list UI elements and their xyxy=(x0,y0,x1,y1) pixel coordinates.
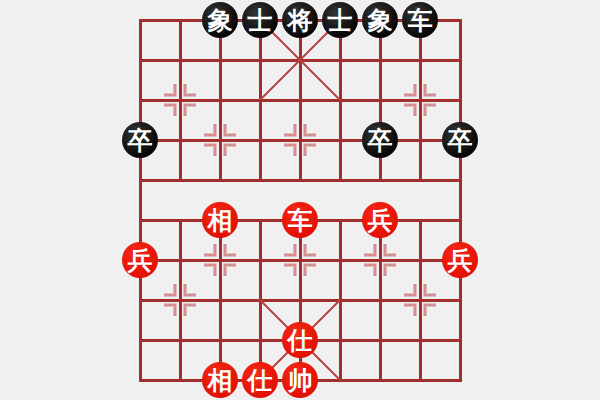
piece-black-elephant[interactable]: 象 xyxy=(362,2,398,38)
xiangqi-board: 象士将士象车卒卒卒相车兵兵兵仕相仕帅 xyxy=(0,0,600,400)
piece-red-soldier[interactable]: 兵 xyxy=(442,242,478,278)
piece-red-general[interactable]: 帅 xyxy=(282,362,318,398)
piece-black-elephant[interactable]: 象 xyxy=(202,2,238,38)
piece-red-advisor[interactable]: 仕 xyxy=(242,362,278,398)
piece-black-advisor[interactable]: 士 xyxy=(322,2,358,38)
piece-red-soldier[interactable]: 兵 xyxy=(362,202,398,238)
piece-black-soldier[interactable]: 卒 xyxy=(362,122,398,158)
piece-black-chariot[interactable]: 车 xyxy=(402,2,438,38)
piece-red-chariot[interactable]: 车 xyxy=(282,202,318,238)
piece-red-soldier[interactable]: 兵 xyxy=(122,242,158,278)
piece-black-advisor[interactable]: 士 xyxy=(242,2,278,38)
piece-black-soldier[interactable]: 卒 xyxy=(122,122,158,158)
piece-black-soldier[interactable]: 卒 xyxy=(442,122,478,158)
piece-red-elephant[interactable]: 相 xyxy=(202,202,238,238)
piece-red-elephant[interactable]: 相 xyxy=(202,362,238,398)
piece-red-advisor[interactable]: 仕 xyxy=(282,322,318,358)
pieces-layer: 象士将士象车卒卒卒相车兵兵兵仕相仕帅 xyxy=(0,0,600,400)
piece-black-general[interactable]: 将 xyxy=(282,2,318,38)
